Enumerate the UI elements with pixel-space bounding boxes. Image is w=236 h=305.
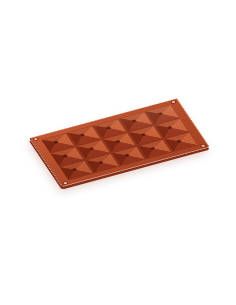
product-photo bbox=[0, 0, 236, 305]
cavity-grid bbox=[41, 105, 198, 180]
corner-hole bbox=[34, 138, 39, 141]
corner-hole bbox=[201, 144, 206, 147]
corner-hole bbox=[63, 182, 68, 185]
corner-hole bbox=[171, 101, 176, 104]
silicone-pyramid-mold bbox=[29, 98, 210, 187]
